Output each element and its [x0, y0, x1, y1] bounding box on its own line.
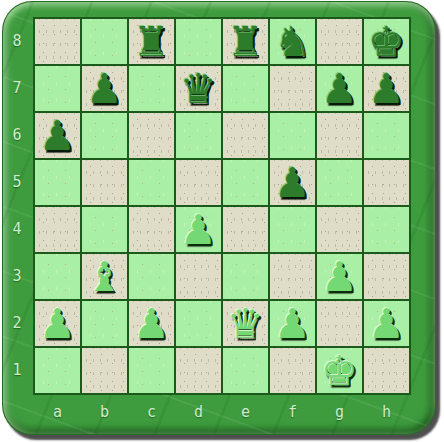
- rank-label-4: 4: [3, 207, 31, 252]
- square-f8[interactable]: ♞: [270, 19, 315, 64]
- piece-black-rook[interactable]: ♜: [133, 22, 170, 63]
- square-b5[interactable]: [82, 160, 127, 205]
- square-g6[interactable]: [317, 113, 362, 158]
- square-g3[interactable]: ♟: [317, 254, 362, 299]
- piece-black-queen[interactable]: ♛: [180, 69, 217, 110]
- square-a6[interactable]: ♟: [35, 113, 80, 158]
- square-e3[interactable]: [223, 254, 268, 299]
- square-h2[interactable]: ♟: [364, 301, 409, 346]
- square-c2[interactable]: ♟: [129, 301, 174, 346]
- square-c7[interactable]: [129, 66, 174, 111]
- piece-black-pawn[interactable]: ♟: [321, 69, 358, 110]
- square-b6[interactable]: [82, 113, 127, 158]
- rank-label-5: 5: [3, 160, 31, 205]
- square-c4[interactable]: [129, 207, 174, 252]
- piece-black-rook[interactable]: ♜: [227, 22, 264, 63]
- square-h3[interactable]: [364, 254, 409, 299]
- rank-label-1: 1: [3, 348, 31, 393]
- square-c8[interactable]: ♜: [129, 19, 174, 64]
- square-c3[interactable]: [129, 254, 174, 299]
- piece-white-king[interactable]: ♚: [321, 351, 358, 392]
- square-d3[interactable]: [176, 254, 221, 299]
- square-h7[interactable]: ♟: [364, 66, 409, 111]
- square-d8[interactable]: [176, 19, 221, 64]
- square-f1[interactable]: [270, 348, 315, 393]
- piece-white-pawn[interactable]: ♟: [39, 304, 76, 345]
- square-a7[interactable]: [35, 66, 80, 111]
- piece-white-pawn[interactable]: ♟: [133, 304, 170, 345]
- rank-label-8: 8: [3, 19, 31, 64]
- piece-white-pawn[interactable]: ♟: [368, 304, 405, 345]
- piece-white-pawn[interactable]: ♟: [321, 257, 358, 298]
- square-f2[interactable]: ♟: [270, 301, 315, 346]
- square-e8[interactable]: ♜: [223, 19, 268, 64]
- square-e5[interactable]: [223, 160, 268, 205]
- square-d6[interactable]: [176, 113, 221, 158]
- square-e6[interactable]: [223, 113, 268, 158]
- square-d7[interactable]: ♛: [176, 66, 221, 111]
- square-e4[interactable]: [223, 207, 268, 252]
- square-b8[interactable]: [82, 19, 127, 64]
- square-d1[interactable]: [176, 348, 221, 393]
- chessboard-widget: ♜♜♞♚♟♛♟♟♟♟♟♝♟♟♟♛♟♟♚ 87654321 abcdefgh: [0, 0, 444, 442]
- piece-black-king[interactable]: ♚: [368, 22, 405, 63]
- file-label-c: c: [129, 397, 174, 427]
- square-g7[interactable]: ♟: [317, 66, 362, 111]
- piece-white-queen[interactable]: ♛: [227, 304, 264, 345]
- square-e2[interactable]: ♛: [223, 301, 268, 346]
- piece-black-pawn[interactable]: ♟: [368, 69, 405, 110]
- square-b2[interactable]: [82, 301, 127, 346]
- square-h8[interactable]: ♚: [364, 19, 409, 64]
- rank-labels: 87654321: [3, 2, 31, 436]
- square-g5[interactable]: [317, 160, 362, 205]
- square-f6[interactable]: [270, 113, 315, 158]
- square-c5[interactable]: [129, 160, 174, 205]
- piece-black-knight[interactable]: ♞: [274, 22, 311, 63]
- piece-white-pawn[interactable]: ♟: [274, 304, 311, 345]
- file-label-e: e: [223, 397, 268, 427]
- square-h1[interactable]: [364, 348, 409, 393]
- square-b7[interactable]: ♟: [82, 66, 127, 111]
- file-label-g: g: [317, 397, 362, 427]
- file-label-d: d: [176, 397, 221, 427]
- square-a3[interactable]: [35, 254, 80, 299]
- rank-label-7: 7: [3, 66, 31, 111]
- square-a5[interactable]: [35, 160, 80, 205]
- square-g1[interactable]: ♚: [317, 348, 362, 393]
- square-f4[interactable]: [270, 207, 315, 252]
- board-frame: ♜♜♞♚♟♛♟♟♟♟♟♝♟♟♟♛♟♟♚ 87654321 abcdefgh: [2, 1, 436, 435]
- square-d4[interactable]: ♟: [176, 207, 221, 252]
- rank-label-2: 2: [3, 301, 31, 346]
- square-h5[interactable]: [364, 160, 409, 205]
- file-label-h: h: [364, 397, 409, 427]
- file-label-a: a: [35, 397, 80, 427]
- piece-white-bishop[interactable]: ♝: [86, 257, 123, 298]
- piece-black-pawn[interactable]: ♟: [86, 69, 123, 110]
- square-a8[interactable]: [35, 19, 80, 64]
- board: ♜♜♞♚♟♛♟♟♟♟♟♝♟♟♟♛♟♟♚: [33, 17, 411, 395]
- piece-black-pawn[interactable]: ♟: [39, 116, 76, 157]
- square-c6[interactable]: [129, 113, 174, 158]
- rank-label-3: 3: [3, 254, 31, 299]
- square-f3[interactable]: [270, 254, 315, 299]
- square-h6[interactable]: [364, 113, 409, 158]
- square-a4[interactable]: [35, 207, 80, 252]
- square-f5[interactable]: ♟: [270, 160, 315, 205]
- square-e7[interactable]: [223, 66, 268, 111]
- square-e1[interactable]: [223, 348, 268, 393]
- square-g8[interactable]: [317, 19, 362, 64]
- square-f7[interactable]: [270, 66, 315, 111]
- square-g4[interactable]: [317, 207, 362, 252]
- rank-label-6: 6: [3, 113, 31, 158]
- square-b3[interactable]: ♝: [82, 254, 127, 299]
- square-d2[interactable]: [176, 301, 221, 346]
- square-h4[interactable]: [364, 207, 409, 252]
- square-d5[interactable]: [176, 160, 221, 205]
- piece-white-pawn[interactable]: ♟: [180, 210, 217, 251]
- square-c1[interactable]: [129, 348, 174, 393]
- square-a1[interactable]: [35, 348, 80, 393]
- square-a2[interactable]: ♟: [35, 301, 80, 346]
- file-label-f: f: [270, 397, 315, 427]
- piece-black-pawn[interactable]: ♟: [274, 163, 311, 204]
- file-labels: abcdefgh: [3, 397, 437, 427]
- square-b4[interactable]: [82, 207, 127, 252]
- square-g2[interactable]: [317, 301, 362, 346]
- file-label-b: b: [82, 397, 127, 427]
- square-b1[interactable]: [82, 348, 127, 393]
